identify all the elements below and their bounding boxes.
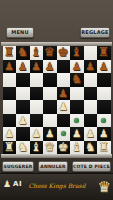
- square-g8[interactable]: [84, 46, 98, 60]
- square-f8[interactable]: ♝: [70, 46, 84, 60]
- square-e3[interactable]: [57, 114, 71, 128]
- square-h7[interactable]: ♟: [97, 60, 111, 74]
- square-b4[interactable]: [16, 100, 30, 114]
- black-knight-b8: ♞: [16, 45, 30, 60]
- square-c2[interactable]: ♟: [30, 127, 44, 141]
- square-f1[interactable]: ♝: [70, 141, 84, 155]
- square-c1[interactable]: ♝: [30, 141, 44, 155]
- piece-side-button[interactable]: COTE D PIECE: [72, 161, 111, 172]
- square-d7[interactable]: ♟: [43, 60, 57, 74]
- square-d6[interactable]: [43, 73, 57, 87]
- white-knight-g1: ♞: [84, 140, 98, 155]
- black-pawn-c7: ♟: [30, 59, 44, 74]
- white-pawn-e4: ♟: [57, 99, 71, 114]
- square-d1[interactable]: ♛: [43, 141, 57, 155]
- square-c8[interactable]: ♝: [30, 46, 44, 60]
- player-side-piece-icon: ♛: [98, 176, 111, 198]
- legal-move-dot-e2[interactable]: [61, 131, 66, 136]
- square-b7[interactable]: ♟: [16, 60, 30, 74]
- black-rook-a8: ♜: [3, 45, 17, 60]
- square-a8[interactable]: ♜: [3, 46, 17, 60]
- chess-app-screen: MENU REGLAGE ♜♞♝♛♚♝♜♟♟♟♟♟♟♟♞♟♟♟♟♟♟♟♟♟♜♞♝…: [0, 0, 113, 200]
- square-c5[interactable]: [30, 87, 44, 101]
- black-pawn-d7: ♟: [43, 59, 57, 74]
- square-e7[interactable]: [57, 60, 71, 74]
- square-c6[interactable]: [30, 73, 44, 87]
- black-rook-h8: ♜: [97, 45, 111, 60]
- square-b6[interactable]: [16, 73, 30, 87]
- square-g1[interactable]: ♞: [84, 141, 98, 155]
- square-e1[interactable]: ♚: [57, 141, 71, 155]
- settings-button[interactable]: REGLAGE: [80, 27, 110, 38]
- black-pawn-h7: ♟: [97, 59, 111, 74]
- square-f4[interactable]: [70, 100, 84, 114]
- square-g2[interactable]: ♟: [84, 127, 98, 141]
- white-bishop-c1: ♝: [30, 140, 44, 155]
- square-g5[interactable]: [84, 87, 98, 101]
- black-knight-f6: ♞: [70, 72, 84, 87]
- white-bishop-f1: ♝: [70, 140, 84, 155]
- black-pawn-f7: ♟: [70, 59, 84, 74]
- square-h3[interactable]: [97, 114, 111, 128]
- square-a7[interactable]: ♟: [3, 60, 17, 74]
- square-f6[interactable]: ♞: [70, 73, 84, 87]
- square-h8[interactable]: ♜: [97, 46, 111, 60]
- square-h5[interactable]: [97, 87, 111, 101]
- square-a2[interactable]: ♟: [3, 127, 17, 141]
- square-b8[interactable]: ♞: [16, 46, 30, 60]
- square-e4[interactable]: ♟: [57, 100, 71, 114]
- white-pawn-d2: ♟: [43, 126, 57, 141]
- suggest-move-button[interactable]: SUGGERER: [2, 161, 34, 172]
- black-pawn-e5: ♟: [57, 86, 71, 101]
- square-a3[interactable]: [3, 114, 17, 128]
- square-b1[interactable]: ♞: [16, 141, 30, 155]
- square-e2[interactable]: [57, 127, 71, 141]
- square-h2[interactable]: ♟: [97, 127, 111, 141]
- black-pawn-a7: ♟: [3, 59, 17, 74]
- white-pawn-g2: ♟: [84, 126, 98, 141]
- square-h6[interactable]: [97, 73, 111, 87]
- ai-piece-icon: ♟: [3, 179, 11, 189]
- board-frame-bottom: [1, 154, 112, 158]
- square-d5[interactable]: [43, 87, 57, 101]
- square-g7[interactable]: ♟: [84, 60, 98, 74]
- square-a1[interactable]: ♜: [3, 141, 17, 155]
- square-c7[interactable]: ♟: [30, 60, 44, 74]
- status-bar: ♟ AI Chess Kings Brasil ♛: [0, 173, 113, 200]
- black-queen-d8: ♛: [43, 45, 57, 60]
- square-c3[interactable]: [30, 114, 44, 128]
- square-h1[interactable]: ♜: [97, 141, 111, 155]
- square-g3[interactable]: [84, 114, 98, 128]
- black-king-e8: ♚: [57, 45, 71, 60]
- ai-opponent-indicator: ♟ AI: [3, 179, 22, 189]
- white-pawn-b3: ♟: [16, 113, 30, 128]
- black-bishop-c8: ♝: [30, 45, 44, 60]
- square-d3[interactable]: [43, 114, 57, 128]
- square-d4[interactable]: [43, 100, 57, 114]
- white-knight-b1: ♞: [16, 140, 30, 155]
- square-f2[interactable]: ♟: [70, 127, 84, 141]
- white-rook-a1: ♜: [3, 140, 17, 155]
- black-pawn-b7: ♟: [16, 59, 30, 74]
- black-pawn-g7: ♟: [84, 59, 98, 74]
- square-b2[interactable]: [16, 127, 30, 141]
- black-bishop-f8: ♝: [70, 45, 84, 60]
- ai-label: AI: [13, 180, 22, 188]
- legal-move-dot-h3[interactable]: [101, 118, 106, 123]
- chess-board[interactable]: ♜♞♝♛♚♝♜♟♟♟♟♟♟♟♞♟♟♟♟♟♟♟♟♟♜♞♝♛♚♝♞♜: [3, 46, 111, 154]
- square-a4[interactable]: [3, 100, 17, 114]
- square-b5[interactable]: [16, 87, 30, 101]
- square-g6[interactable]: [84, 73, 98, 87]
- square-c4[interactable]: [30, 100, 44, 114]
- square-a5[interactable]: [3, 87, 17, 101]
- legal-move-dot-f3[interactable]: [74, 118, 79, 123]
- square-d8[interactable]: ♛: [43, 46, 57, 60]
- white-rook-h1: ♜: [97, 140, 111, 155]
- square-h4[interactable]: [97, 100, 111, 114]
- white-pawn-c2: ♟: [30, 126, 44, 141]
- undo-button[interactable]: ANNULER: [38, 161, 68, 172]
- white-pawn-h2: ♟: [97, 126, 111, 141]
- menu-button[interactable]: MENU: [6, 27, 34, 38]
- square-g4[interactable]: [84, 100, 98, 114]
- square-e5[interactable]: ♟: [57, 87, 71, 101]
- white-king-e1: ♚: [57, 140, 71, 155]
- square-d2[interactable]: ♟: [43, 127, 57, 141]
- square-e6[interactable]: [57, 73, 71, 87]
- white-queen-d1: ♛: [43, 140, 57, 155]
- square-e8[interactable]: ♚: [57, 46, 71, 60]
- square-b3[interactable]: ♟: [16, 114, 30, 128]
- square-f5[interactable]: [70, 87, 84, 101]
- square-f7[interactable]: ♟: [70, 60, 84, 74]
- square-f3[interactable]: [70, 114, 84, 128]
- app-brand-text: Chess Kings Brasil: [24, 182, 90, 189]
- square-a6[interactable]: [3, 73, 17, 87]
- white-pawn-a2: ♟: [3, 126, 17, 141]
- white-pawn-f2: ♟: [70, 126, 84, 141]
